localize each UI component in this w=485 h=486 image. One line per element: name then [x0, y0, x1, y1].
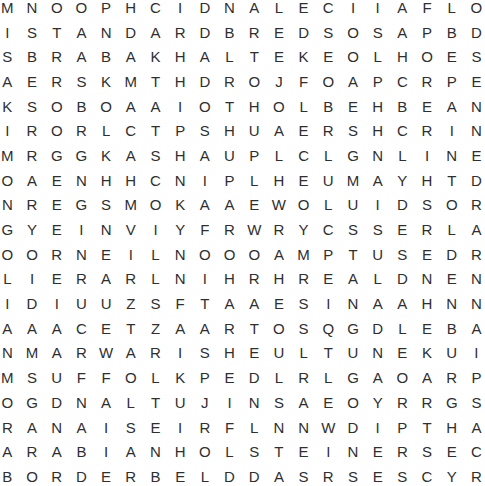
grid-cell[interactable]: T — [193, 291, 218, 316]
grid-cell[interactable]: T — [44, 20, 69, 45]
grid-cell[interactable]: H — [168, 439, 193, 464]
grid-cell[interactable]: E — [316, 44, 341, 69]
grid-cell[interactable]: A — [267, 242, 292, 267]
grid-cell[interactable]: A — [464, 316, 485, 341]
grid-cell[interactable]: E — [341, 94, 366, 119]
grid-cell[interactable]: D — [217, 464, 242, 486]
grid-cell[interactable]: G — [69, 193, 94, 218]
grid-cell[interactable]: R — [44, 44, 69, 69]
grid-cell[interactable]: S — [20, 20, 45, 45]
grid-cell[interactable]: E — [94, 464, 119, 486]
grid-cell[interactable]: E — [464, 69, 485, 94]
grid-cell[interactable]: K — [291, 44, 316, 69]
grid-cell[interactable]: I — [168, 415, 193, 440]
grid-cell[interactable]: E — [316, 267, 341, 292]
grid-cell[interactable]: B — [439, 316, 464, 341]
grid-cell[interactable]: A — [464, 217, 485, 242]
grid-cell[interactable]: A — [291, 390, 316, 415]
grid-cell[interactable]: W — [267, 193, 292, 218]
grid-cell[interactable]: L — [217, 44, 242, 69]
grid-cell[interactable]: C — [464, 439, 485, 464]
grid-cell[interactable]: B — [316, 94, 341, 119]
grid-cell[interactable]: H — [217, 341, 242, 366]
grid-cell[interactable]: L — [143, 365, 168, 390]
grid-cell[interactable]: S — [20, 365, 45, 390]
grid-cell[interactable]: O — [390, 365, 415, 390]
grid-cell[interactable]: H — [439, 415, 464, 440]
grid-cell[interactable]: R — [143, 341, 168, 366]
grid-cell[interactable]: S — [341, 217, 366, 242]
grid-cell[interactable]: N — [168, 242, 193, 267]
grid-cell[interactable]: E — [415, 94, 440, 119]
grid-cell[interactable]: A — [365, 365, 390, 390]
grid-cell[interactable]: I — [365, 415, 390, 440]
grid-cell[interactable]: K — [94, 69, 119, 94]
grid-cell[interactable]: O — [242, 69, 267, 94]
grid-cell[interactable]: A — [118, 439, 143, 464]
grid-cell[interactable]: N — [20, 0, 45, 20]
grid-cell[interactable]: L — [365, 267, 390, 292]
grid-cell[interactable]: A — [217, 291, 242, 316]
grid-cell[interactable]: K — [0, 94, 20, 119]
grid-cell[interactable]: P — [217, 168, 242, 193]
grid-cell[interactable]: L — [316, 143, 341, 168]
grid-cell[interactable]: F — [415, 0, 440, 20]
grid-cell[interactable]: H — [217, 118, 242, 143]
grid-cell[interactable]: O — [193, 439, 218, 464]
grid-cell[interactable]: B — [69, 94, 94, 119]
grid-cell[interactable]: O — [341, 20, 366, 45]
grid-cell[interactable]: H — [267, 267, 292, 292]
grid-cell[interactable]: P — [168, 118, 193, 143]
grid-cell[interactable]: U — [242, 118, 267, 143]
grid-cell[interactable]: O — [341, 44, 366, 69]
grid-cell[interactable]: I — [365, 193, 390, 218]
grid-cell[interactable]: I — [217, 390, 242, 415]
grid-cell[interactable]: J — [267, 69, 292, 94]
grid-cell[interactable]: B — [217, 20, 242, 45]
grid-cell[interactable]: T — [143, 390, 168, 415]
grid-cell[interactable]: E — [44, 193, 69, 218]
grid-cell[interactable]: H — [217, 267, 242, 292]
grid-cell[interactable]: S — [464, 390, 485, 415]
grid-cell[interactable]: A — [20, 415, 45, 440]
grid-cell[interactable]: L — [267, 143, 292, 168]
grid-cell[interactable]: S — [415, 193, 440, 218]
grid-cell[interactable]: H — [390, 44, 415, 69]
grid-cell[interactable]: E — [390, 341, 415, 366]
grid-cell[interactable]: S — [267, 390, 292, 415]
grid-cell[interactable]: M — [0, 143, 20, 168]
grid-cell[interactable]: D — [291, 20, 316, 45]
grid-cell[interactable]: U — [316, 168, 341, 193]
grid-cell[interactable]: W — [242, 217, 267, 242]
grid-cell[interactable]: N — [242, 390, 267, 415]
grid-cell[interactable]: R — [242, 267, 267, 292]
grid-cell[interactable]: R — [316, 118, 341, 143]
grid-cell[interactable]: E — [143, 415, 168, 440]
grid-cell[interactable]: H — [415, 168, 440, 193]
grid-cell[interactable]: U — [365, 242, 390, 267]
grid-cell[interactable]: U — [341, 193, 366, 218]
grid-cell[interactable]: N — [0, 341, 20, 366]
grid-cell[interactable]: S — [69, 69, 94, 94]
grid-cell[interactable]: L — [143, 242, 168, 267]
grid-cell[interactable]: N — [267, 415, 292, 440]
grid-cell[interactable]: A — [143, 94, 168, 119]
grid-cell[interactable]: I — [168, 94, 193, 119]
grid-cell[interactable]: P — [193, 365, 218, 390]
grid-cell[interactable]: S — [242, 439, 267, 464]
grid-cell[interactable]: T — [143, 118, 168, 143]
grid-cell[interactable]: E — [20, 69, 45, 94]
grid-cell[interactable]: C — [118, 118, 143, 143]
grid-cell[interactable]: A — [267, 118, 292, 143]
grid-cell[interactable]: U — [439, 341, 464, 366]
grid-cell[interactable]: J — [193, 390, 218, 415]
grid-cell[interactable]: A — [118, 44, 143, 69]
grid-cell[interactable]: I — [0, 20, 20, 45]
grid-cell[interactable]: O — [44, 0, 69, 20]
grid-cell[interactable]: P — [415, 20, 440, 45]
grid-cell[interactable]: M — [118, 69, 143, 94]
grid-cell[interactable]: E — [217, 365, 242, 390]
grid-cell[interactable]: R — [217, 69, 242, 94]
grid-cell[interactable]: P — [464, 365, 485, 390]
grid-cell[interactable]: I — [415, 143, 440, 168]
grid-cell[interactable]: E — [94, 242, 119, 267]
grid-cell[interactable]: O — [0, 390, 20, 415]
grid-cell[interactable]: D — [341, 415, 366, 440]
grid-cell[interactable]: I — [193, 168, 218, 193]
grid-cell[interactable]: S — [341, 464, 366, 486]
grid-cell[interactable]: I — [316, 439, 341, 464]
grid-cell[interactable]: H — [118, 168, 143, 193]
grid-cell[interactable]: C — [316, 217, 341, 242]
grid-cell[interactable]: R — [217, 316, 242, 341]
grid-cell[interactable]: A — [341, 267, 366, 292]
grid-cell[interactable]: E — [242, 341, 267, 366]
grid-cell[interactable]: E — [168, 464, 193, 486]
grid-cell[interactable]: I — [44, 291, 69, 316]
grid-cell[interactable]: L — [390, 143, 415, 168]
grid-cell[interactable]: S — [143, 143, 168, 168]
grid-cell[interactable]: D — [242, 464, 267, 486]
grid-cell[interactable]: B — [69, 439, 94, 464]
grid-cell[interactable]: M — [20, 341, 45, 366]
grid-cell[interactable]: L — [217, 439, 242, 464]
grid-cell[interactable]: S — [415, 439, 440, 464]
grid-cell[interactable]: T — [316, 341, 341, 366]
grid-cell[interactable]: D — [390, 267, 415, 292]
grid-cell[interactable]: B — [439, 20, 464, 45]
grid-cell[interactable]: A — [44, 341, 69, 366]
grid-cell[interactable]: A — [365, 291, 390, 316]
grid-cell[interactable]: W — [316, 415, 341, 440]
grid-cell[interactable]: L — [365, 44, 390, 69]
grid-cell[interactable]: R — [20, 143, 45, 168]
grid-cell[interactable]: S — [365, 217, 390, 242]
grid-cell[interactable]: N — [464, 267, 485, 292]
grid-cell[interactable]: A — [20, 168, 45, 193]
grid-cell[interactable]: C — [390, 69, 415, 94]
grid-cell[interactable]: Y — [20, 217, 45, 242]
grid-cell[interactable]: S — [94, 193, 119, 218]
grid-cell[interactable]: E — [267, 44, 292, 69]
grid-cell[interactable]: I — [94, 439, 119, 464]
grid-cell[interactable]: A — [44, 316, 69, 341]
grid-cell[interactable]: L — [193, 464, 218, 486]
grid-cell[interactable]: S — [390, 464, 415, 486]
grid-cell[interactable]: N — [341, 291, 366, 316]
grid-cell[interactable]: F — [69, 365, 94, 390]
grid-cell[interactable]: Y — [291, 217, 316, 242]
grid-cell[interactable]: I — [143, 217, 168, 242]
grid-cell[interactable]: E — [267, 291, 292, 316]
grid-cell[interactable]: R — [69, 341, 94, 366]
grid-cell[interactable]: R — [390, 390, 415, 415]
grid-cell[interactable]: R — [415, 390, 440, 415]
grid-cell[interactable]: E — [44, 168, 69, 193]
grid-cell[interactable]: R — [44, 69, 69, 94]
grid-cell[interactable]: L — [316, 193, 341, 218]
grid-cell[interactable]: R — [464, 464, 485, 486]
grid-cell[interactable]: N — [69, 390, 94, 415]
grid-cell[interactable]: R — [44, 464, 69, 486]
grid-cell[interactable]: A — [390, 20, 415, 45]
grid-cell[interactable]: F — [168, 291, 193, 316]
grid-cell[interactable]: G — [439, 390, 464, 415]
grid-cell[interactable]: E — [44, 267, 69, 292]
grid-cell[interactable]: A — [242, 0, 267, 20]
grid-cell[interactable]: A — [390, 291, 415, 316]
grid-cell[interactable]: G — [341, 316, 366, 341]
grid-cell[interactable]: G — [341, 365, 366, 390]
grid-cell[interactable]: A — [242, 291, 267, 316]
grid-cell[interactable]: E — [316, 390, 341, 415]
grid-cell[interactable]: M — [291, 242, 316, 267]
grid-cell[interactable]: R — [44, 242, 69, 267]
grid-cell[interactable]: Y — [439, 464, 464, 486]
grid-cell[interactable]: K — [143, 44, 168, 69]
grid-cell[interactable]: G — [69, 143, 94, 168]
grid-cell[interactable]: H — [94, 168, 119, 193]
grid-cell[interactable]: D — [44, 390, 69, 415]
grid-cell[interactable]: L — [143, 267, 168, 292]
grid-cell[interactable]: R — [0, 415, 20, 440]
grid-cell[interactable]: P — [242, 143, 267, 168]
grid-cell[interactable]: T — [341, 242, 366, 267]
grid-cell[interactable]: C — [415, 464, 440, 486]
grid-cell[interactable]: V — [118, 217, 143, 242]
grid-cell[interactable]: R — [267, 217, 292, 242]
grid-cell[interactable]: C — [143, 0, 168, 20]
grid-cell[interactable]: H — [365, 118, 390, 143]
grid-cell[interactable]: R — [390, 439, 415, 464]
grid-cell[interactable]: U — [341, 341, 366, 366]
grid-cell[interactable]: N — [168, 267, 193, 292]
grid-cell[interactable]: T — [415, 415, 440, 440]
grid-cell[interactable]: F — [193, 217, 218, 242]
grid-cell[interactable]: A — [341, 69, 366, 94]
grid-cell[interactable]: E — [291, 168, 316, 193]
grid-cell[interactable]: E — [242, 193, 267, 218]
grid-cell[interactable]: P — [94, 0, 119, 20]
grid-cell[interactable]: I — [341, 0, 366, 20]
grid-cell[interactable]: I — [69, 217, 94, 242]
grid-cell[interactable]: G — [20, 390, 45, 415]
grid-cell[interactable]: E — [439, 44, 464, 69]
grid-cell[interactable]: N — [415, 267, 440, 292]
grid-cell[interactable]: U — [69, 291, 94, 316]
grid-cell[interactable]: L — [0, 267, 20, 292]
grid-cell[interactable]: N — [0, 193, 20, 218]
grid-cell[interactable]: O — [143, 193, 168, 218]
grid-cell[interactable]: R — [291, 267, 316, 292]
grid-cell[interactable]: S — [316, 20, 341, 45]
grid-cell[interactable]: E — [415, 316, 440, 341]
grid-cell[interactable]: R — [20, 193, 45, 218]
grid-cell[interactable]: N — [94, 217, 119, 242]
grid-cell[interactable]: A — [118, 143, 143, 168]
grid-cell[interactable]: R — [20, 439, 45, 464]
grid-cell[interactable]: B — [94, 44, 119, 69]
grid-cell[interactable]: O — [94, 94, 119, 119]
grid-cell[interactable]: S — [291, 316, 316, 341]
grid-cell[interactable]: R — [69, 118, 94, 143]
grid-cell[interactable]: D — [118, 20, 143, 45]
grid-cell[interactable]: A — [415, 365, 440, 390]
grid-cell[interactable]: S — [291, 291, 316, 316]
grid-cell[interactable]: T — [143, 69, 168, 94]
grid-cell[interactable]: Y — [390, 168, 415, 193]
grid-cell[interactable]: H — [168, 143, 193, 168]
grid-cell[interactable]: A — [217, 193, 242, 218]
grid-cell[interactable]: O — [193, 242, 218, 267]
grid-cell[interactable]: O — [316, 69, 341, 94]
grid-cell[interactable]: E — [44, 217, 69, 242]
grid-cell[interactable]: L — [291, 94, 316, 119]
grid-cell[interactable]: A — [20, 316, 45, 341]
grid-cell[interactable]: A — [69, 415, 94, 440]
grid-cell[interactable]: R — [415, 118, 440, 143]
grid-cell[interactable]: T — [242, 316, 267, 341]
grid-cell[interactable]: D — [464, 168, 485, 193]
grid-cell[interactable]: E — [291, 118, 316, 143]
grid-cell[interactable]: A — [193, 44, 218, 69]
grid-cell[interactable]: F — [94, 365, 119, 390]
grid-cell[interactable]: R — [291, 365, 316, 390]
grid-cell[interactable]: A — [94, 267, 119, 292]
grid-cell[interactable]: M — [0, 365, 20, 390]
grid-cell[interactable]: O — [69, 0, 94, 20]
grid-cell[interactable]: E — [365, 439, 390, 464]
grid-cell[interactable]: I — [316, 291, 341, 316]
grid-cell[interactable]: S — [0, 44, 20, 69]
grid-cell[interactable]: A — [143, 20, 168, 45]
grid-cell[interactable]: H — [168, 44, 193, 69]
grid-cell[interactable]: O — [44, 118, 69, 143]
grid-cell[interactable]: N — [217, 0, 242, 20]
grid-cell[interactable]: U — [44, 365, 69, 390]
grid-cell[interactable]: D — [365, 316, 390, 341]
grid-cell[interactable]: R — [415, 217, 440, 242]
grid-cell[interactable]: A — [44, 439, 69, 464]
grid-cell[interactable]: A — [193, 316, 218, 341]
grid-cell[interactable]: O — [415, 44, 440, 69]
grid-cell[interactable]: O — [20, 464, 45, 486]
grid-cell[interactable]: L — [267, 365, 292, 390]
grid-cell[interactable]: R — [242, 20, 267, 45]
grid-cell[interactable]: R — [415, 69, 440, 94]
grid-cell[interactable]: S — [20, 94, 45, 119]
grid-cell[interactable]: F — [291, 69, 316, 94]
grid-cell[interactable]: C — [316, 0, 341, 20]
grid-cell[interactable]: R — [439, 365, 464, 390]
grid-cell[interactable]: N — [464, 118, 485, 143]
grid-cell[interactable]: T — [118, 316, 143, 341]
grid-cell[interactable]: M — [341, 168, 366, 193]
grid-cell[interactable]: F — [217, 415, 242, 440]
grid-cell[interactable]: A — [94, 390, 119, 415]
grid-cell[interactable]: A — [193, 143, 218, 168]
grid-cell[interactable]: L — [267, 0, 292, 20]
grid-cell[interactable]: O — [217, 242, 242, 267]
grid-cell[interactable]: D — [390, 193, 415, 218]
grid-cell[interactable]: K — [415, 341, 440, 366]
grid-cell[interactable]: L — [291, 341, 316, 366]
grid-cell[interactable]: U — [94, 291, 119, 316]
grid-cell[interactable]: D — [439, 242, 464, 267]
grid-cell[interactable]: O — [267, 316, 292, 341]
grid-cell[interactable]: A — [69, 44, 94, 69]
grid-cell[interactable]: A — [118, 341, 143, 366]
grid-cell[interactable]: D — [193, 20, 218, 45]
grid-cell[interactable]: D — [464, 20, 485, 45]
grid-cell[interactable]: K — [94, 143, 119, 168]
grid-cell[interactable]: O — [118, 365, 143, 390]
grid-cell[interactable]: W — [94, 341, 119, 366]
grid-cell[interactable]: M — [0, 0, 20, 20]
grid-cell[interactable]: R — [118, 464, 143, 486]
grid-cell[interactable]: O — [0, 242, 20, 267]
grid-cell[interactable]: O — [193, 94, 218, 119]
grid-cell[interactable]: E — [94, 316, 119, 341]
grid-cell[interactable]: S — [143, 291, 168, 316]
grid-cell[interactable]: A — [365, 168, 390, 193]
grid-cell[interactable]: N — [365, 341, 390, 366]
grid-cell[interactable]: I — [0, 291, 20, 316]
grid-cell[interactable]: I — [20, 267, 45, 292]
grid-cell[interactable]: A — [464, 415, 485, 440]
grid-cell[interactable]: S — [193, 341, 218, 366]
grid-cell[interactable]: L — [242, 168, 267, 193]
grid-cell[interactable]: I — [0, 118, 20, 143]
grid-cell[interactable]: H — [415, 291, 440, 316]
grid-cell[interactable]: B — [20, 44, 45, 69]
grid-cell[interactable]: I — [168, 341, 193, 366]
grid-cell[interactable]: I — [193, 267, 218, 292]
grid-cell[interactable]: N — [44, 415, 69, 440]
grid-cell[interactable]: P — [390, 415, 415, 440]
grid-cell[interactable]: O — [291, 193, 316, 218]
grid-cell[interactable]: E — [291, 439, 316, 464]
grid-cell[interactable]: P — [316, 242, 341, 267]
grid-cell[interactable]: A — [267, 464, 292, 486]
grid-cell[interactable]: A — [118, 94, 143, 119]
grid-cell[interactable]: R — [217, 217, 242, 242]
grid-cell[interactable]: O — [267, 94, 292, 119]
